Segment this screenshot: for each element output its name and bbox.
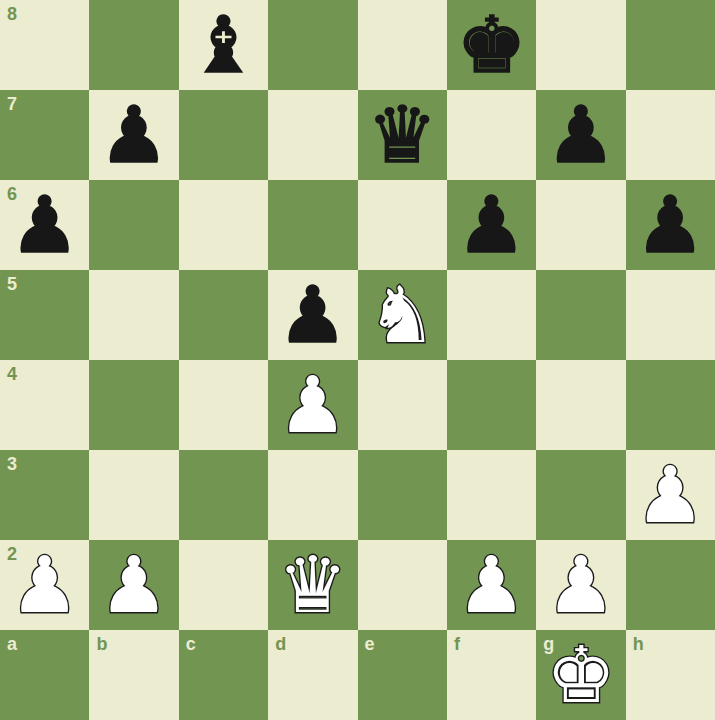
square-a3[interactable]: 3 bbox=[0, 450, 89, 540]
white-pawn[interactable]: ♟ bbox=[268, 360, 357, 450]
square-a1[interactable]: a bbox=[0, 630, 89, 720]
black-pawn[interactable]: ♟ bbox=[0, 180, 89, 270]
square-e5[interactable]: ♞ bbox=[358, 270, 447, 360]
file-label-b: b bbox=[96, 635, 107, 653]
white-pawn[interactable]: ♟ bbox=[447, 540, 536, 630]
white-pawn[interactable]: ♟ bbox=[0, 540, 89, 630]
square-a8[interactable]: 8 bbox=[0, 0, 89, 90]
square-a5[interactable]: 5 bbox=[0, 270, 89, 360]
square-g1[interactable]: g♚ bbox=[536, 630, 625, 720]
square-d1[interactable]: d bbox=[268, 630, 357, 720]
square-g5[interactable] bbox=[536, 270, 625, 360]
black-pawn[interactable]: ♟ bbox=[447, 180, 536, 270]
black-pawn[interactable]: ♟ bbox=[268, 270, 357, 360]
square-e2[interactable] bbox=[358, 540, 447, 630]
square-c7[interactable] bbox=[179, 90, 268, 180]
square-f8[interactable]: ♚ bbox=[447, 0, 536, 90]
file-label-h: h bbox=[633, 635, 644, 653]
square-b1[interactable]: b bbox=[89, 630, 178, 720]
square-a2[interactable]: 2♟ bbox=[0, 540, 89, 630]
square-b7[interactable]: ♟ bbox=[89, 90, 178, 180]
square-g6[interactable] bbox=[536, 180, 625, 270]
square-a7[interactable]: 7 bbox=[0, 90, 89, 180]
rank-label-8: 8 bbox=[7, 5, 17, 23]
rank-label-7: 7 bbox=[7, 95, 17, 113]
white-knight[interactable]: ♞ bbox=[358, 270, 447, 360]
file-label-c: c bbox=[186, 635, 196, 653]
square-e7[interactable]: ♛ bbox=[358, 90, 447, 180]
rank-label-4: 4 bbox=[7, 365, 17, 383]
square-b8[interactable] bbox=[89, 0, 178, 90]
square-h5[interactable] bbox=[626, 270, 715, 360]
chess-board: 8♝♚7♟♛♟6♟♟♟5♟♞4♟3♟2♟♟♛♟♟abcdefg♚h bbox=[0, 0, 715, 720]
square-d2[interactable]: ♛ bbox=[268, 540, 357, 630]
square-h6[interactable]: ♟ bbox=[626, 180, 715, 270]
square-b4[interactable] bbox=[89, 360, 178, 450]
square-c5[interactable] bbox=[179, 270, 268, 360]
square-e8[interactable] bbox=[358, 0, 447, 90]
square-f6[interactable]: ♟ bbox=[447, 180, 536, 270]
square-h7[interactable] bbox=[626, 90, 715, 180]
square-e4[interactable] bbox=[358, 360, 447, 450]
square-h4[interactable] bbox=[626, 360, 715, 450]
square-h1[interactable]: h bbox=[626, 630, 715, 720]
square-d4[interactable]: ♟ bbox=[268, 360, 357, 450]
rank-label-5: 5 bbox=[7, 275, 17, 293]
file-label-a: a bbox=[7, 635, 17, 653]
square-d7[interactable] bbox=[268, 90, 357, 180]
square-c4[interactable] bbox=[179, 360, 268, 450]
square-e6[interactable] bbox=[358, 180, 447, 270]
square-g7[interactable]: ♟ bbox=[536, 90, 625, 180]
square-f2[interactable]: ♟ bbox=[447, 540, 536, 630]
square-a4[interactable]: 4 bbox=[0, 360, 89, 450]
black-bishop[interactable]: ♝ bbox=[179, 0, 268, 90]
square-c3[interactable] bbox=[179, 450, 268, 540]
white-queen[interactable]: ♛ bbox=[268, 540, 357, 630]
square-d3[interactable] bbox=[268, 450, 357, 540]
square-g8[interactable] bbox=[536, 0, 625, 90]
white-pawn[interactable]: ♟ bbox=[536, 540, 625, 630]
square-c6[interactable] bbox=[179, 180, 268, 270]
square-f5[interactable] bbox=[447, 270, 536, 360]
black-pawn[interactable]: ♟ bbox=[536, 90, 625, 180]
file-label-d: d bbox=[275, 635, 286, 653]
black-king[interactable]: ♚ bbox=[447, 0, 536, 90]
square-h2[interactable] bbox=[626, 540, 715, 630]
square-c8[interactable]: ♝ bbox=[179, 0, 268, 90]
square-a6[interactable]: 6♟ bbox=[0, 180, 89, 270]
square-d5[interactable]: ♟ bbox=[268, 270, 357, 360]
white-pawn[interactable]: ♟ bbox=[626, 450, 715, 540]
square-c2[interactable] bbox=[179, 540, 268, 630]
square-d8[interactable] bbox=[268, 0, 357, 90]
square-b6[interactable] bbox=[89, 180, 178, 270]
black-queen[interactable]: ♛ bbox=[358, 90, 447, 180]
square-g2[interactable]: ♟ bbox=[536, 540, 625, 630]
square-b5[interactable] bbox=[89, 270, 178, 360]
square-c1[interactable]: c bbox=[179, 630, 268, 720]
square-h8[interactable] bbox=[626, 0, 715, 90]
square-e1[interactable]: e bbox=[358, 630, 447, 720]
black-pawn[interactable]: ♟ bbox=[626, 180, 715, 270]
rank-label-3: 3 bbox=[7, 455, 17, 473]
white-pawn[interactable]: ♟ bbox=[89, 540, 178, 630]
square-f3[interactable] bbox=[447, 450, 536, 540]
square-f7[interactable] bbox=[447, 90, 536, 180]
file-label-f: f bbox=[454, 635, 460, 653]
square-g4[interactable] bbox=[536, 360, 625, 450]
square-e3[interactable] bbox=[358, 450, 447, 540]
square-f4[interactable] bbox=[447, 360, 536, 450]
square-g3[interactable] bbox=[536, 450, 625, 540]
file-label-e: e bbox=[365, 635, 375, 653]
square-f1[interactable]: f bbox=[447, 630, 536, 720]
square-b2[interactable]: ♟ bbox=[89, 540, 178, 630]
square-b3[interactable] bbox=[89, 450, 178, 540]
square-d6[interactable] bbox=[268, 180, 357, 270]
square-h3[interactable]: ♟ bbox=[626, 450, 715, 540]
black-pawn[interactable]: ♟ bbox=[89, 90, 178, 180]
white-king[interactable]: ♚ bbox=[536, 630, 625, 720]
